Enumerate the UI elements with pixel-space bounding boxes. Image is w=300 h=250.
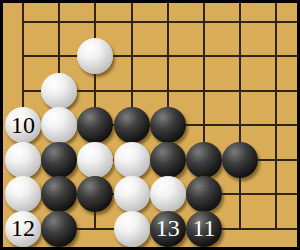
stone-label: 12: [11, 216, 35, 241]
stone-white: [114, 176, 150, 212]
stone-black: 13: [150, 211, 186, 247]
stone-white: [41, 107, 77, 143]
grid-line-vertical: [239, 3, 241, 230]
stone-black: [114, 107, 150, 143]
stone-white: [114, 211, 150, 247]
stone-white: 10: [5, 107, 41, 143]
grid-line-horizontal: [22, 21, 297, 23]
stone-black: [222, 142, 258, 178]
stone-label: 10: [11, 113, 35, 138]
go-board: 10121311: [0, 0, 300, 250]
stone-label: 13: [156, 216, 180, 241]
stone-black: [186, 176, 222, 212]
stone-black: [41, 142, 77, 178]
stone-white: [77, 38, 113, 74]
stone-white: [41, 73, 77, 109]
stone-white: [5, 176, 41, 212]
stone-black: 11: [186, 211, 222, 247]
stone-label: 11: [192, 216, 215, 241]
grid-line-horizontal: [22, 55, 297, 57]
stone-white: [114, 142, 150, 178]
stone-black: [150, 142, 186, 178]
grid-line-vertical: [275, 3, 277, 230]
stone-white: 12: [5, 211, 41, 247]
stone-black: [77, 107, 113, 143]
stone-white: [5, 142, 41, 178]
stone-white: [77, 142, 113, 178]
stone-white: [150, 176, 186, 212]
stone-black: [186, 142, 222, 178]
stone-black: [150, 107, 186, 143]
stone-black: [77, 176, 113, 212]
stone-black: [41, 211, 77, 247]
stone-black: [41, 176, 77, 212]
